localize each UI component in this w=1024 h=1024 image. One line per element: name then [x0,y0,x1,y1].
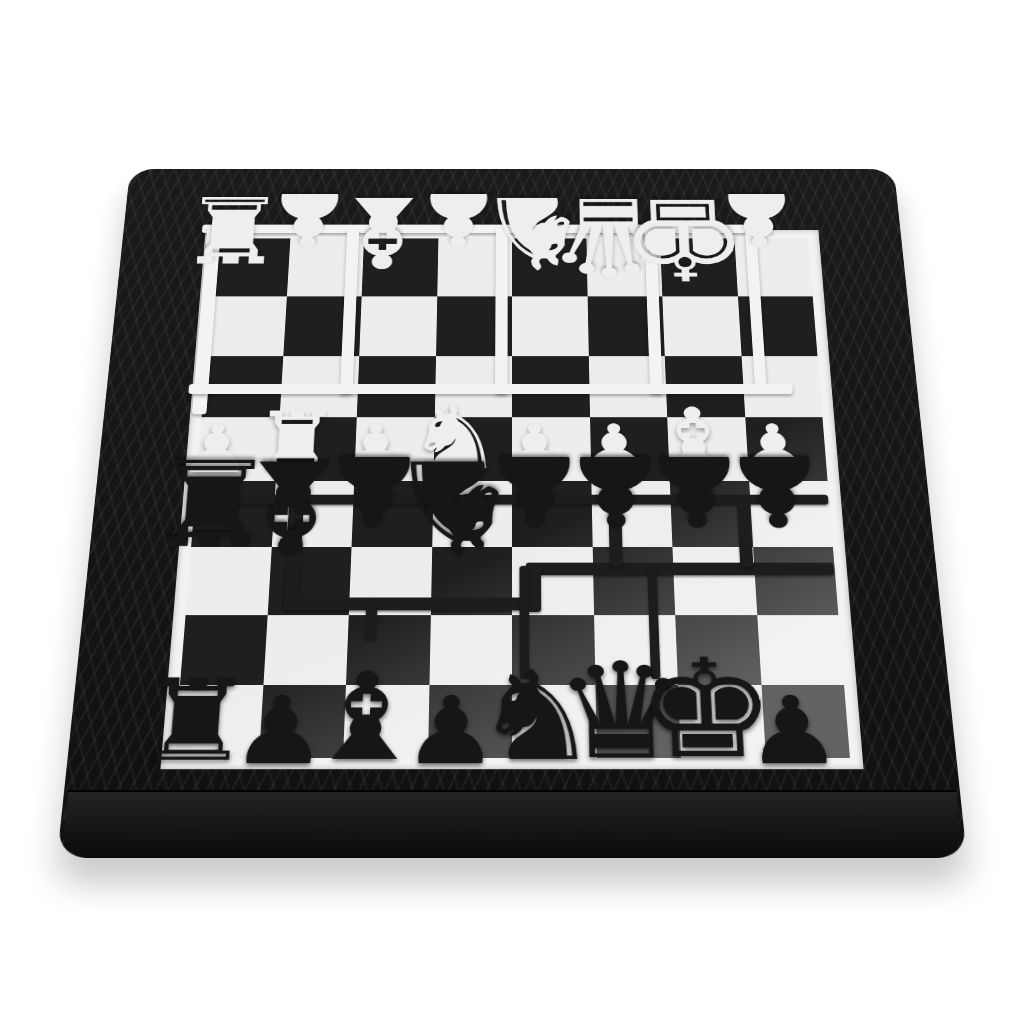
black-pawn-piece: ♟ [742,684,844,778]
chess-set: ♜♟♝♟♞♛♚♟♟♜♟♞♟♟♝♟♜♝♟♞♟♟♟♟♜♟♝♟♞♛♚♟ [57,169,967,858]
sprue-layer: ♜♟♝♟♞♛♚♟♟♜♟♞♟♟♝♟♜♝♟♞♟♟♟♟♜♟♝♟♞♛♚♟ [57,169,967,858]
black-sprue-runner [526,563,834,576]
white-pawn-piece: ♟ [713,183,803,257]
black-pawn-piece: ♟ [721,442,832,539]
product-photo: ♜♟♝♟♞♛♚♟♟♜♟♞♟♟♝♟♜♝♟♞♟♟♟♟♜♟♝♟♞♛♚♟ [0,0,1024,1024]
black-sprue-runner [365,598,378,640]
black-sprue-runner [283,598,526,611]
